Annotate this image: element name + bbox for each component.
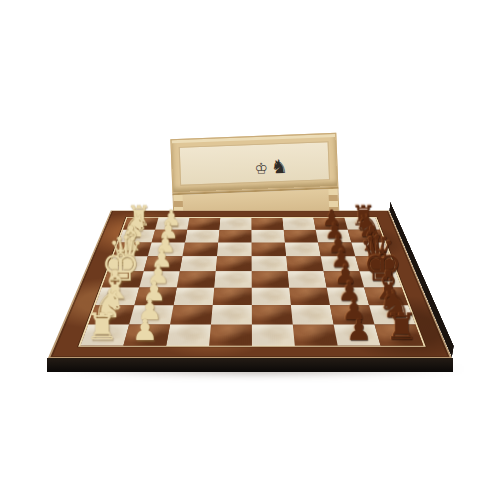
square-g3[interactable]: [170, 305, 213, 324]
square-h4[interactable]: [209, 325, 252, 346]
board-grid[interactable]: ♜♟♟♜♞♟♟♞♝♟♟♝♛♟♟♛♚♟♟♚♝♟♟♝♞♟♟♞♜♟♟♜: [78, 217, 425, 347]
square-a4[interactable]: [219, 218, 251, 230]
square-h5[interactable]: [252, 325, 295, 346]
square-h8[interactable]: ♜: [375, 325, 424, 346]
black-pawn[interactable]: ♟: [346, 316, 372, 345]
chess-board[interactable]: ♜♟♟♜♞♟♟♞♝♟♟♝♛♟♟♛♚♟♟♚♝♟♟♝♞♟♟♞♜♟♟♜: [48, 210, 452, 358]
white-pawn[interactable]: ♟: [132, 316, 158, 345]
square-g4[interactable]: [211, 305, 252, 324]
square-h7[interactable]: ♟: [334, 325, 381, 346]
square-h3[interactable]: [166, 325, 211, 346]
square-e6[interactable]: [288, 271, 327, 287]
square-e5[interactable]: [252, 271, 290, 287]
box-lid-panel: ♔ ♞: [179, 141, 330, 186]
board-side-front: [47, 358, 453, 372]
chess-set-product-photo: ♔ ♞ ♜♟♟♜♞♟♟♞♝♟♟♝♛♟♟♛♚♟♟♚♝♟♟♝♞♟♟♞♜♟♟♜: [0, 0, 500, 500]
square-c6[interactable]: [285, 243, 321, 257]
square-d3[interactable]: [180, 256, 217, 271]
square-h6[interactable]: [293, 325, 338, 346]
square-e3[interactable]: [177, 271, 216, 287]
square-f6[interactable]: [289, 288, 330, 306]
square-g5[interactable]: [252, 305, 293, 324]
square-b3[interactable]: [185, 230, 219, 243]
square-b6[interactable]: [284, 230, 319, 243]
square-c5[interactable]: [252, 243, 287, 257]
knight-silhouette-icon: ♞: [270, 157, 288, 177]
black-rook[interactable]: ♜: [385, 308, 418, 345]
king-silhouette-icon: ♔: [254, 161, 268, 177]
square-f5[interactable]: [252, 288, 291, 306]
square-c3[interactable]: [182, 243, 218, 257]
white-rook[interactable]: ♜: [86, 308, 119, 345]
square-a6[interactable]: [282, 218, 315, 230]
box-lid: ♔ ♞: [170, 133, 338, 193]
square-b5[interactable]: [251, 230, 284, 243]
square-a3[interactable]: [187, 218, 220, 230]
square-g6[interactable]: [291, 305, 334, 324]
square-b4[interactable]: [218, 230, 251, 243]
square-c4[interactable]: [217, 243, 252, 257]
square-f4[interactable]: [213, 288, 252, 306]
square-h2[interactable]: ♟: [123, 325, 170, 346]
square-d5[interactable]: [252, 256, 288, 271]
square-d4[interactable]: [216, 256, 252, 271]
square-a5[interactable]: [251, 218, 283, 230]
square-e4[interactable]: [214, 271, 251, 287]
square-d6[interactable]: [286, 256, 323, 271]
square-f3[interactable]: [174, 288, 215, 306]
square-h1[interactable]: ♜: [81, 325, 130, 346]
